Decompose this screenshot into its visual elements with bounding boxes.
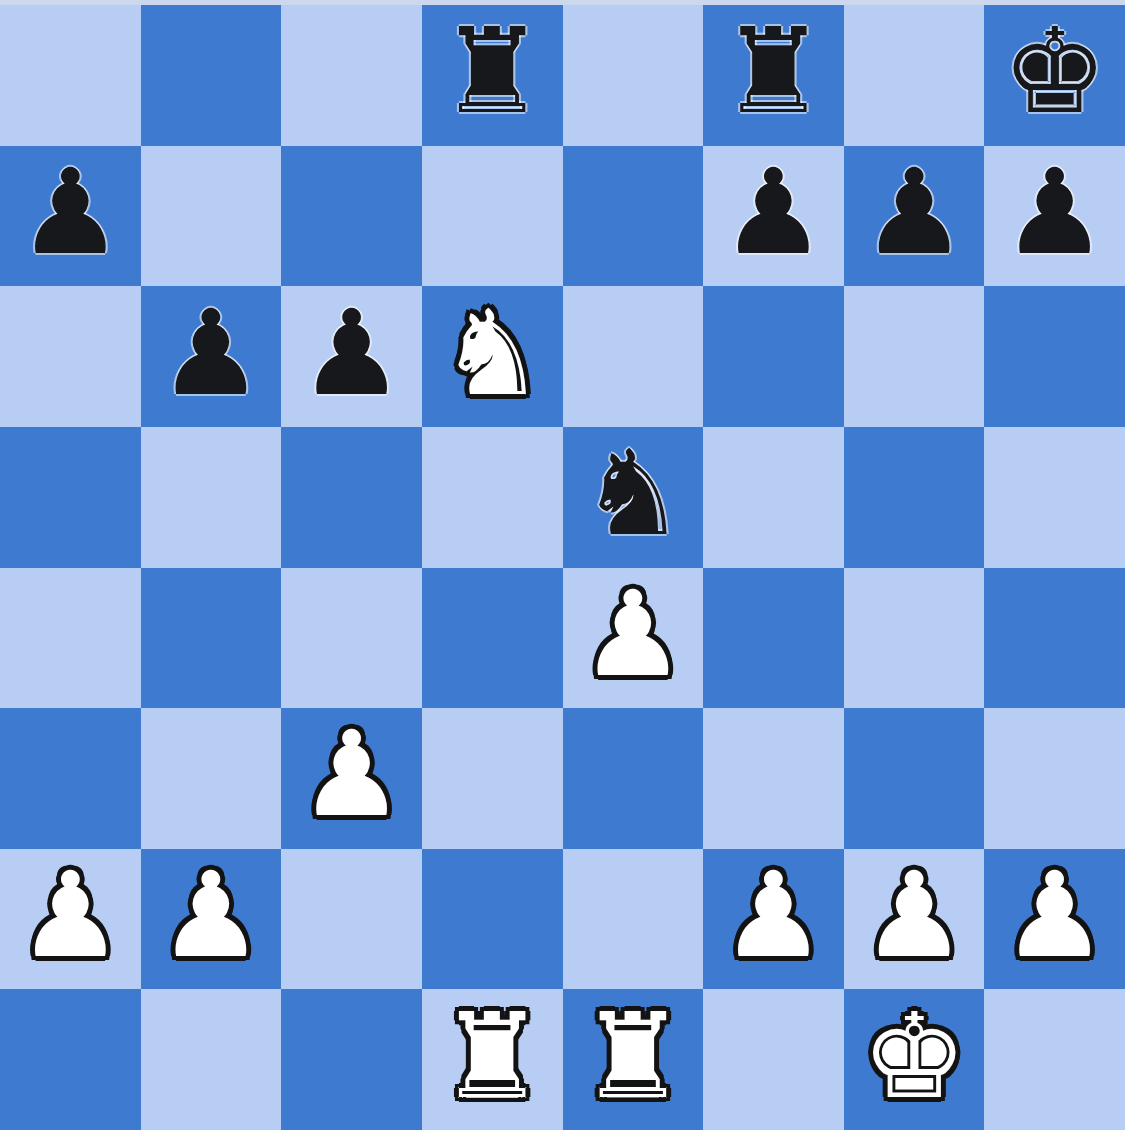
piece-white-pawn-g2[interactable]: ♟ [861, 856, 967, 974]
square-d2[interactable] [422, 849, 563, 990]
piece-black-pawn-a7[interactable]: ♟ [17, 153, 123, 271]
square-h5[interactable] [984, 427, 1125, 568]
square-d1[interactable]: ♜ [422, 989, 563, 1130]
square-h7[interactable]: ♟ [984, 146, 1125, 287]
square-b2[interactable]: ♟ [141, 849, 282, 990]
square-f1[interactable] [703, 989, 844, 1130]
square-g6[interactable] [844, 286, 985, 427]
square-e2[interactable] [563, 849, 704, 990]
piece-black-knight-e5[interactable]: ♞ [580, 434, 686, 552]
square-h4[interactable] [984, 568, 1125, 709]
square-f5[interactable] [703, 427, 844, 568]
piece-white-rook-d1[interactable]: ♜ [439, 997, 545, 1115]
square-e7[interactable] [563, 146, 704, 287]
square-a8[interactable] [0, 5, 141, 146]
square-f8[interactable]: ♜ [703, 5, 844, 146]
square-g2[interactable]: ♟ [844, 849, 985, 990]
square-h3[interactable] [984, 708, 1125, 849]
square-g1[interactable]: ♚ [844, 989, 985, 1130]
square-g4[interactable] [844, 568, 985, 709]
square-b6[interactable]: ♟ [141, 286, 282, 427]
square-e4[interactable]: ♟ [563, 568, 704, 709]
square-f6[interactable] [703, 286, 844, 427]
chess-board[interactable]: ♜♜♚♟♟♟♟♟♟♞♞♟♟♟♟♟♟♟♜♜♚ [0, 5, 1125, 1130]
piece-black-pawn-f7[interactable]: ♟ [721, 153, 827, 271]
square-e3[interactable] [563, 708, 704, 849]
square-d3[interactable] [422, 708, 563, 849]
square-f3[interactable] [703, 708, 844, 849]
piece-black-rook-d8[interactable]: ♜ [439, 12, 545, 130]
square-d6[interactable]: ♞ [422, 286, 563, 427]
square-b1[interactable] [141, 989, 282, 1130]
square-c1[interactable] [281, 989, 422, 1130]
square-e6[interactable] [563, 286, 704, 427]
square-b5[interactable] [141, 427, 282, 568]
piece-white-pawn-b2[interactable]: ♟ [158, 856, 264, 974]
square-c8[interactable] [281, 5, 422, 146]
square-e8[interactable] [563, 5, 704, 146]
square-g7[interactable]: ♟ [844, 146, 985, 287]
square-b7[interactable] [141, 146, 282, 287]
square-c6[interactable]: ♟ [281, 286, 422, 427]
square-d5[interactable] [422, 427, 563, 568]
piece-black-pawn-c6[interactable]: ♟ [299, 294, 405, 412]
square-c3[interactable]: ♟ [281, 708, 422, 849]
piece-black-pawn-h7[interactable]: ♟ [1002, 153, 1108, 271]
square-h6[interactable] [984, 286, 1125, 427]
piece-black-pawn-g7[interactable]: ♟ [861, 153, 967, 271]
piece-white-pawn-f2[interactable]: ♟ [721, 856, 827, 974]
square-b3[interactable] [141, 708, 282, 849]
square-f4[interactable] [703, 568, 844, 709]
square-h8[interactable]: ♚ [984, 5, 1125, 146]
square-b4[interactable] [141, 568, 282, 709]
square-d8[interactable]: ♜ [422, 5, 563, 146]
square-g5[interactable] [844, 427, 985, 568]
piece-white-rook-e1[interactable]: ♜ [580, 997, 686, 1115]
piece-white-king-g1[interactable]: ♚ [861, 997, 967, 1115]
square-h1[interactable] [984, 989, 1125, 1130]
square-b8[interactable] [141, 5, 282, 146]
piece-white-knight-d6[interactable]: ♞ [439, 294, 545, 412]
square-e5[interactable]: ♞ [563, 427, 704, 568]
square-d7[interactable] [422, 146, 563, 287]
square-h2[interactable]: ♟ [984, 849, 1125, 990]
square-c2[interactable] [281, 849, 422, 990]
square-g3[interactable] [844, 708, 985, 849]
piece-black-rook-f8[interactable]: ♜ [721, 12, 827, 130]
square-c4[interactable] [281, 568, 422, 709]
square-c5[interactable] [281, 427, 422, 568]
piece-white-pawn-a2[interactable]: ♟ [17, 856, 123, 974]
square-d4[interactable] [422, 568, 563, 709]
square-c7[interactable] [281, 146, 422, 287]
piece-black-pawn-b6[interactable]: ♟ [158, 294, 264, 412]
square-a5[interactable] [0, 427, 141, 568]
square-a2[interactable]: ♟ [0, 849, 141, 990]
square-f2[interactable]: ♟ [703, 849, 844, 990]
square-a3[interactable] [0, 708, 141, 849]
piece-black-king-h8[interactable]: ♚ [1002, 12, 1108, 130]
square-e1[interactable]: ♜ [563, 989, 704, 1130]
square-a6[interactable] [0, 286, 141, 427]
square-a1[interactable] [0, 989, 141, 1130]
piece-white-pawn-c3[interactable]: ♟ [299, 715, 405, 833]
square-g8[interactable] [844, 5, 985, 146]
square-f7[interactable]: ♟ [703, 146, 844, 287]
square-a4[interactable] [0, 568, 141, 709]
piece-white-pawn-e4[interactable]: ♟ [580, 575, 686, 693]
square-a7[interactable]: ♟ [0, 146, 141, 287]
piece-white-pawn-h2[interactable]: ♟ [1002, 856, 1108, 974]
